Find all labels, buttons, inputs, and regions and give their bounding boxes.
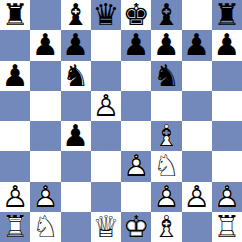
square-a7[interactable] — [0, 30, 30, 60]
square-b3[interactable] — [30, 151, 60, 181]
square-h8[interactable]: ♜ — [212, 0, 242, 30]
square-g3[interactable] — [182, 151, 212, 181]
black-pawn[interactable]: ♟ — [61, 30, 91, 60]
square-g1[interactable] — [182, 212, 212, 242]
square-f3[interactable]: ♘ — [151, 151, 181, 181]
white-pawn[interactable]: ♙ — [212, 182, 242, 212]
black-pawn[interactable]: ♟ — [61, 121, 91, 151]
square-b5[interactable] — [30, 91, 60, 121]
square-a5[interactable] — [0, 91, 30, 121]
square-e8[interactable]: ♚ — [121, 0, 151, 30]
square-c7[interactable]: ♟ — [61, 30, 91, 60]
white-pawn[interactable]: ♙ — [151, 182, 181, 212]
black-knight[interactable]: ♞ — [61, 61, 91, 91]
square-f4[interactable]: ♗ — [151, 121, 181, 151]
square-h7[interactable]: ♟ — [212, 30, 242, 60]
white-pawn[interactable]: ♙ — [182, 182, 212, 212]
square-g4[interactable] — [182, 121, 212, 151]
square-b4[interactable] — [30, 121, 60, 151]
white-bishop[interactable]: ♗ — [151, 212, 181, 242]
square-g7[interactable]: ♟ — [182, 30, 212, 60]
square-a8[interactable]: ♜ — [0, 0, 30, 30]
square-c3[interactable] — [61, 151, 91, 181]
square-e7[interactable]: ♟ — [121, 30, 151, 60]
square-d5[interactable]: ♙ — [91, 91, 121, 121]
black-pawn[interactable]: ♟ — [151, 30, 181, 60]
square-e2[interactable] — [121, 182, 151, 212]
black-knight[interactable]: ♞ — [151, 61, 181, 91]
square-g6[interactable] — [182, 61, 212, 91]
square-f8[interactable]: ♝ — [151, 0, 181, 30]
square-h6[interactable] — [212, 61, 242, 91]
square-g8[interactable] — [182, 0, 212, 30]
square-f5[interactable] — [151, 91, 181, 121]
black-bishop[interactable]: ♝ — [151, 0, 181, 30]
square-e6[interactable] — [121, 61, 151, 91]
square-b6[interactable] — [30, 61, 60, 91]
square-d4[interactable] — [91, 121, 121, 151]
square-b2[interactable]: ♙ — [30, 182, 60, 212]
square-f2[interactable]: ♙ — [151, 182, 181, 212]
square-g2[interactable]: ♙ — [182, 182, 212, 212]
black-pawn[interactable]: ♟ — [182, 30, 212, 60]
white-pawn[interactable]: ♙ — [121, 151, 151, 181]
square-c4[interactable]: ♟ — [61, 121, 91, 151]
black-pawn[interactable]: ♟ — [121, 30, 151, 60]
square-h4[interactable] — [212, 121, 242, 151]
black-rook[interactable]: ♜ — [212, 0, 242, 30]
square-h5[interactable] — [212, 91, 242, 121]
square-g5[interactable] — [182, 91, 212, 121]
white-pawn[interactable]: ♙ — [0, 182, 30, 212]
black-king[interactable]: ♚ — [121, 0, 151, 30]
square-e5[interactable] — [121, 91, 151, 121]
white-bishop[interactable]: ♗ — [151, 121, 181, 151]
black-pawn[interactable]: ♟ — [0, 61, 30, 91]
chess-board: ♜♝♛♚♝♜♟♟♟♟♟♟♟♞♞♙♟♗♙♘♙♙♙♙♙♖♘♕♔♗♖ — [0, 0, 242, 242]
white-king[interactable]: ♔ — [121, 212, 151, 242]
black-rook[interactable]: ♜ — [0, 0, 30, 30]
square-c1[interactable] — [61, 212, 91, 242]
white-knight[interactable]: ♘ — [30, 212, 60, 242]
square-a1[interactable]: ♖ — [0, 212, 30, 242]
square-c2[interactable] — [61, 182, 91, 212]
square-f6[interactable]: ♞ — [151, 61, 181, 91]
square-a2[interactable]: ♙ — [0, 182, 30, 212]
white-pawn[interactable]: ♙ — [91, 91, 121, 121]
square-h2[interactable]: ♙ — [212, 182, 242, 212]
white-pawn[interactable]: ♙ — [30, 182, 60, 212]
black-bishop[interactable]: ♝ — [61, 0, 91, 30]
square-c8[interactable]: ♝ — [61, 0, 91, 30]
square-d6[interactable] — [91, 61, 121, 91]
square-c5[interactable] — [61, 91, 91, 121]
square-b7[interactable]: ♟ — [30, 30, 60, 60]
square-b1[interactable]: ♘ — [30, 212, 60, 242]
square-e3[interactable]: ♙ — [121, 151, 151, 181]
square-a6[interactable]: ♟ — [0, 61, 30, 91]
square-f7[interactable]: ♟ — [151, 30, 181, 60]
black-pawn[interactable]: ♟ — [212, 30, 242, 60]
white-rook[interactable]: ♖ — [0, 212, 30, 242]
square-d2[interactable] — [91, 182, 121, 212]
white-knight[interactable]: ♘ — [151, 151, 181, 181]
black-pawn[interactable]: ♟ — [30, 30, 60, 60]
square-d8[interactable]: ♛ — [91, 0, 121, 30]
square-h3[interactable] — [212, 151, 242, 181]
square-e1[interactable]: ♔ — [121, 212, 151, 242]
square-a3[interactable] — [0, 151, 30, 181]
square-c6[interactable]: ♞ — [61, 61, 91, 91]
square-d3[interactable] — [91, 151, 121, 181]
white-queen[interactable]: ♕ — [91, 212, 121, 242]
black-queen[interactable]: ♛ — [91, 0, 121, 30]
square-f1[interactable]: ♗ — [151, 212, 181, 242]
square-b8[interactable] — [30, 0, 60, 30]
white-rook[interactable]: ♖ — [212, 212, 242, 242]
square-d7[interactable] — [91, 30, 121, 60]
square-h1[interactable]: ♖ — [212, 212, 242, 242]
square-a4[interactable] — [0, 121, 30, 151]
square-d1[interactable]: ♕ — [91, 212, 121, 242]
square-e4[interactable] — [121, 121, 151, 151]
